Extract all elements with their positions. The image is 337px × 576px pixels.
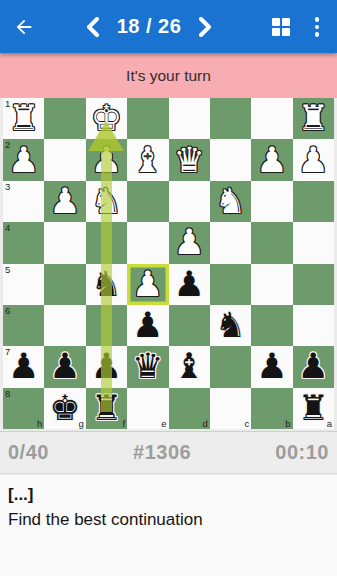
file-label: d xyxy=(203,418,208,429)
file-label: b xyxy=(285,418,290,429)
square-h4[interactable]: 4 xyxy=(3,222,44,263)
square-d2[interactable]: ♛ xyxy=(169,139,210,180)
square-c2[interactable] xyxy=(210,139,251,180)
next-puzzle-button[interactable] xyxy=(194,15,216,39)
square-g8[interactable]: g♚ xyxy=(44,388,85,429)
square-c4[interactable] xyxy=(210,222,251,263)
square-b2[interactable]: ♟ xyxy=(251,139,292,180)
white-pawn-piece[interactable]: ♟ xyxy=(127,264,168,305)
overflow-menu-button[interactable] xyxy=(305,15,329,39)
square-b4[interactable] xyxy=(251,222,292,263)
square-e8[interactable]: e xyxy=(127,388,168,429)
black-pawn-piece[interactable]: ♟ xyxy=(44,346,85,387)
square-h7[interactable]: 7♟ xyxy=(3,346,44,387)
rank-label: 5 xyxy=(5,264,10,275)
puzzle-counter: 18 / 26 xyxy=(117,15,182,38)
square-c5[interactable] xyxy=(210,264,251,305)
square-d3[interactable] xyxy=(169,181,210,222)
black-king-piece[interactable]: ♚ xyxy=(44,388,85,429)
grid-icon xyxy=(272,18,291,37)
white-pawn-piece[interactable]: ♟ xyxy=(3,139,44,180)
app-screen: 18 / 26 It's your turn 1♜♚♜2♟♟♝♛♟♟3♟♞♞4♟… xyxy=(0,0,337,576)
square-g5[interactable] xyxy=(44,264,85,305)
square-e4[interactable] xyxy=(127,222,168,263)
square-c8[interactable]: c xyxy=(210,388,251,429)
turn-banner-text: It's your turn xyxy=(126,67,211,85)
file-label: h xyxy=(37,418,42,429)
white-queen-piece[interactable]: ♛ xyxy=(169,139,210,180)
file-label: c xyxy=(245,418,250,429)
square-h5[interactable]: 5 xyxy=(3,264,44,305)
move-arrow-shaft xyxy=(101,149,112,413)
square-d7[interactable]: ♝ xyxy=(169,346,210,387)
square-h1[interactable]: 1♜ xyxy=(3,98,44,139)
black-pawn-piece[interactable]: ♟ xyxy=(251,346,292,387)
square-b3[interactable] xyxy=(251,181,292,222)
move-arrow-head xyxy=(88,121,124,151)
black-pawn-piece[interactable]: ♟ xyxy=(293,346,334,387)
square-g4[interactable] xyxy=(44,222,85,263)
square-c6[interactable]: ♞ xyxy=(210,305,251,346)
back-button[interactable] xyxy=(10,14,38,40)
square-b7[interactable]: ♟ xyxy=(251,346,292,387)
chevron-right-icon xyxy=(197,17,213,37)
square-a7[interactable]: ♟ xyxy=(293,346,334,387)
square-g2[interactable] xyxy=(44,139,85,180)
back-arrow-icon xyxy=(13,16,35,38)
instruction-text: Find the best continuation xyxy=(8,510,329,530)
square-h8[interactable]: 8h xyxy=(3,388,44,429)
square-a8[interactable]: a♜ xyxy=(293,388,334,429)
square-d8[interactable]: d xyxy=(169,388,210,429)
square-a1[interactable]: ♜ xyxy=(293,98,334,139)
square-a3[interactable] xyxy=(293,181,334,222)
rank-label: 8 xyxy=(5,388,10,399)
file-label: e xyxy=(161,418,166,429)
status-bar: 0/40 #1306 00:10 xyxy=(0,431,337,474)
puzzle-list-button[interactable] xyxy=(269,15,293,39)
previous-puzzle-button[interactable] xyxy=(82,15,104,39)
white-pawn-piece[interactable]: ♟ xyxy=(169,222,210,263)
square-b1[interactable] xyxy=(251,98,292,139)
black-queen-piece[interactable]: ♛ xyxy=(127,346,168,387)
square-a4[interactable] xyxy=(293,222,334,263)
square-g3[interactable]: ♟ xyxy=(44,181,85,222)
rank-label: 6 xyxy=(5,305,10,316)
chevron-left-icon xyxy=(85,17,101,37)
square-b8[interactable]: b xyxy=(251,388,292,429)
app-bar: 18 / 26 xyxy=(0,0,337,53)
white-pawn-piece[interactable]: ♟ xyxy=(251,139,292,180)
white-bishop-piece[interactable]: ♝ xyxy=(127,139,168,180)
rank-label: 4 xyxy=(5,222,10,233)
move-list: [...] xyxy=(8,485,329,505)
square-e1[interactable] xyxy=(127,98,168,139)
square-h2[interactable]: 2♟ xyxy=(3,139,44,180)
square-e5[interactable]: ♟ xyxy=(127,264,168,305)
kebab-menu-icon xyxy=(315,17,320,37)
black-knight-piece[interactable]: ♞ xyxy=(210,305,251,346)
black-rook-piece[interactable]: ♜ xyxy=(293,388,334,429)
square-h6[interactable]: 6 xyxy=(3,305,44,346)
black-bishop-piece[interactable]: ♝ xyxy=(169,346,210,387)
score-counter: 0/40 xyxy=(8,441,49,464)
white-knight-piece[interactable]: ♞ xyxy=(210,181,251,222)
black-pawn-piece[interactable]: ♟ xyxy=(169,264,210,305)
square-d6[interactable] xyxy=(169,305,210,346)
white-rook-piece[interactable]: ♜ xyxy=(293,98,334,139)
square-c7[interactable] xyxy=(210,346,251,387)
chess-board[interactable]: 1♜♚♜2♟♟♝♛♟♟3♟♞♞4♟5♞♟♟6♟♞7♟♟♟♛♝♟♟8hg♚f♜ed… xyxy=(3,98,334,429)
timer: 00:10 xyxy=(275,441,329,464)
square-d4[interactable]: ♟ xyxy=(169,222,210,263)
square-h3[interactable]: 3 xyxy=(3,181,44,222)
black-pawn-piece[interactable]: ♟ xyxy=(127,305,168,346)
square-g7[interactable]: ♟ xyxy=(44,346,85,387)
square-d1[interactable] xyxy=(169,98,210,139)
square-g1[interactable] xyxy=(44,98,85,139)
square-g6[interactable] xyxy=(44,305,85,346)
square-e3[interactable] xyxy=(127,181,168,222)
square-d5[interactable]: ♟ xyxy=(169,264,210,305)
square-a6[interactable] xyxy=(293,305,334,346)
square-e6[interactable]: ♟ xyxy=(127,305,168,346)
board-area: 1♜♚♜2♟♟♝♛♟♟3♟♞♞4♟5♞♟♟6♟♞7♟♟♟♛♝♟♟8hg♚f♜ed… xyxy=(3,98,334,429)
rank-label: 3 xyxy=(5,181,10,192)
square-a2[interactable]: ♟ xyxy=(293,139,334,180)
square-b6[interactable] xyxy=(251,305,292,346)
square-a5[interactable] xyxy=(293,264,334,305)
black-pawn-piece[interactable]: ♟ xyxy=(3,346,44,387)
white-pawn-piece[interactable]: ♟ xyxy=(293,139,334,180)
square-e7[interactable]: ♛ xyxy=(127,346,168,387)
square-c3[interactable]: ♞ xyxy=(210,181,251,222)
square-e2[interactable]: ♝ xyxy=(127,139,168,180)
move-panel: [...] Find the best continuation xyxy=(0,475,337,576)
white-rook-piece[interactable]: ♜ xyxy=(3,98,44,139)
puzzle-navigation: 18 / 26 xyxy=(82,0,216,53)
turn-banner: It's your turn xyxy=(0,53,337,98)
white-pawn-piece[interactable]: ♟ xyxy=(44,181,85,222)
square-b5[interactable] xyxy=(251,264,292,305)
square-c1[interactable] xyxy=(210,98,251,139)
puzzle-id: #1306 xyxy=(133,441,191,464)
